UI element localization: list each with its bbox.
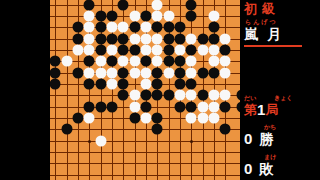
black-stone[interactable] (106, 11, 117, 22)
grid-line-horizontal (50, 5, 240, 6)
white-stone[interactable] (152, 0, 163, 10)
white-stone[interactable] (84, 113, 95, 124)
white-stone[interactable] (163, 67, 174, 78)
black-stone[interactable] (118, 33, 129, 44)
grid-line-horizontal (50, 175, 240, 176)
white-stone[interactable] (95, 67, 106, 78)
white-stone[interactable] (140, 33, 151, 44)
white-stone[interactable] (152, 11, 163, 22)
black-stone[interactable] (50, 79, 61, 90)
game-number-label: 第1局 (244, 102, 278, 117)
black-stone[interactable] (95, 22, 106, 33)
white-stone[interactable] (208, 56, 219, 67)
white-stone[interactable] (118, 56, 129, 67)
white-stone[interactable] (129, 90, 140, 101)
wins-value: 0 (244, 130, 252, 147)
black-stone[interactable] (95, 101, 106, 112)
black-stone[interactable] (61, 124, 72, 135)
black-stone[interactable] (152, 22, 163, 33)
black-stone[interactable] (118, 79, 129, 90)
white-stone[interactable] (152, 33, 163, 44)
white-stone[interactable] (84, 33, 95, 44)
side-panel: 初級 らんげつ 嵐月 だい きょく 第1局 かち 0勝 まけ 0敗 (240, 0, 320, 180)
black-stone[interactable] (84, 101, 95, 112)
black-stone[interactable] (174, 22, 185, 33)
black-stone[interactable] (50, 67, 61, 78)
white-stone[interactable] (84, 22, 95, 33)
black-stone[interactable] (197, 33, 208, 44)
black-stone[interactable] (186, 0, 197, 10)
black-stone[interactable] (220, 45, 231, 56)
black-stone[interactable] (106, 33, 117, 44)
black-stone[interactable] (118, 90, 129, 101)
black-stone[interactable] (152, 79, 163, 90)
black-stone[interactable] (95, 79, 106, 90)
white-stone[interactable] (61, 56, 72, 67)
black-stone[interactable] (84, 56, 95, 67)
white-stone[interactable] (208, 11, 219, 22)
white-stone[interactable] (140, 45, 151, 56)
name-underline (244, 45, 302, 47)
white-stone[interactable] (106, 67, 117, 78)
hoshi-star-point (190, 140, 193, 143)
white-stone[interactable] (208, 45, 219, 56)
white-stone[interactable] (163, 11, 174, 22)
white-stone[interactable] (197, 45, 208, 56)
hoshi-star-point (88, 140, 91, 143)
black-stone[interactable] (220, 124, 231, 135)
opponent-name: 嵐月 (244, 27, 290, 41)
white-stone[interactable] (152, 45, 163, 56)
left-letterbox-bar (0, 0, 50, 180)
white-stone[interactable] (140, 79, 151, 90)
black-stone[interactable] (140, 11, 151, 22)
white-stone[interactable] (84, 67, 95, 78)
go-board[interactable] (50, 0, 240, 180)
black-stone[interactable] (140, 90, 151, 101)
white-stone[interactable] (152, 56, 163, 67)
black-stone[interactable] (186, 45, 197, 56)
white-stone[interactable] (208, 101, 219, 112)
white-stone[interactable] (95, 56, 106, 67)
rank-label: 初級 (244, 2, 280, 15)
black-stone[interactable] (152, 90, 163, 101)
black-stone[interactable] (95, 45, 106, 56)
wins-counter: 0勝 (244, 131, 273, 146)
white-stone[interactable] (84, 11, 95, 22)
black-stone[interactable] (197, 67, 208, 78)
white-stone[interactable] (129, 56, 140, 67)
white-stone[interactable] (186, 33, 197, 44)
white-stone[interactable] (220, 33, 231, 44)
black-stone[interactable] (72, 22, 83, 33)
black-stone[interactable] (163, 22, 174, 33)
losses-counter: 0敗 (244, 161, 273, 176)
white-stone[interactable] (174, 90, 185, 101)
black-stone[interactable] (118, 67, 129, 78)
black-stone[interactable] (72, 67, 83, 78)
white-stone[interactable] (220, 67, 231, 78)
losses-value: 0 (244, 160, 252, 177)
wins-furigana: かち (264, 124, 276, 130)
white-stone[interactable] (186, 56, 197, 67)
black-stone[interactable] (129, 113, 140, 124)
white-stone[interactable] (140, 67, 151, 78)
losses-label: 敗 (259, 161, 273, 177)
black-stone[interactable] (106, 56, 117, 67)
white-stone[interactable] (220, 56, 231, 67)
white-stone[interactable] (129, 33, 140, 44)
white-stone[interactable] (129, 11, 140, 22)
black-stone[interactable] (118, 45, 129, 56)
black-stone[interactable] (208, 33, 219, 44)
black-stone[interactable] (118, 0, 129, 10)
black-stone[interactable] (152, 124, 163, 135)
black-stone[interactable] (163, 45, 174, 56)
white-stone[interactable] (197, 113, 208, 124)
black-stone[interactable] (163, 56, 174, 67)
black-stone[interactable] (140, 101, 151, 112)
black-stone[interactable] (95, 11, 106, 22)
black-stone[interactable] (129, 45, 140, 56)
wins-label: 勝 (259, 131, 273, 147)
white-stone[interactable] (106, 22, 117, 33)
white-stone[interactable] (208, 90, 219, 101)
black-stone[interactable] (152, 67, 163, 78)
black-stone[interactable] (208, 67, 219, 78)
game-number-prefix: 第 (244, 102, 257, 117)
grid-line-horizontal (50, 152, 240, 153)
black-stone[interactable] (152, 113, 163, 124)
white-stone[interactable] (186, 67, 197, 78)
black-stone[interactable] (186, 11, 197, 22)
grid-line-horizontal (50, 129, 240, 130)
black-stone[interactable] (140, 56, 151, 67)
grid-line-horizontal (50, 141, 240, 142)
white-stone[interactable] (84, 45, 95, 56)
black-stone[interactable] (50, 56, 61, 67)
white-stone[interactable] (118, 22, 129, 33)
black-stone[interactable] (174, 67, 185, 78)
white-stone[interactable] (174, 45, 185, 56)
white-stone[interactable] (208, 113, 219, 124)
game-furigana-suffix: きょく (274, 95, 292, 101)
game-screen: 初級 らんげつ 嵐月 だい きょく 第1局 かち 0勝 まけ 0敗 (0, 0, 320, 180)
black-stone[interactable] (174, 33, 185, 44)
white-stone[interactable] (197, 101, 208, 112)
game-number-suffix: 局 (265, 102, 278, 117)
opponent-furigana: らんげつ (245, 19, 278, 25)
black-stone[interactable] (84, 79, 95, 90)
white-stone[interactable] (106, 45, 117, 56)
black-stone[interactable] (186, 79, 197, 90)
white-stone[interactable] (140, 113, 151, 124)
white-stone[interactable] (186, 113, 197, 124)
white-stone[interactable] (72, 45, 83, 56)
black-stone[interactable] (72, 33, 83, 44)
white-stone[interactable] (140, 22, 151, 33)
black-stone[interactable] (84, 0, 95, 10)
white-stone[interactable] (129, 101, 140, 112)
black-stone[interactable] (106, 101, 117, 112)
black-stone[interactable] (174, 79, 185, 90)
black-stone[interactable] (197, 90, 208, 101)
black-stone[interactable] (220, 101, 231, 112)
black-stone[interactable] (208, 22, 219, 33)
black-stone[interactable] (163, 33, 174, 44)
white-stone[interactable] (95, 135, 106, 146)
white-stone[interactable] (186, 90, 197, 101)
black-stone[interactable] (186, 101, 197, 112)
game-furigana-prefix: だい (244, 95, 256, 101)
white-stone[interactable] (220, 90, 231, 101)
losses-furigana: まけ (264, 154, 276, 160)
black-stone[interactable] (95, 33, 106, 44)
black-stone[interactable] (129, 22, 140, 33)
black-stone[interactable] (174, 56, 185, 67)
black-stone[interactable] (174, 101, 185, 112)
black-stone[interactable] (72, 113, 83, 124)
white-stone[interactable] (106, 79, 117, 90)
grid-line-horizontal (50, 163, 240, 164)
black-stone[interactable] (163, 90, 174, 101)
white-stone[interactable] (129, 67, 140, 78)
